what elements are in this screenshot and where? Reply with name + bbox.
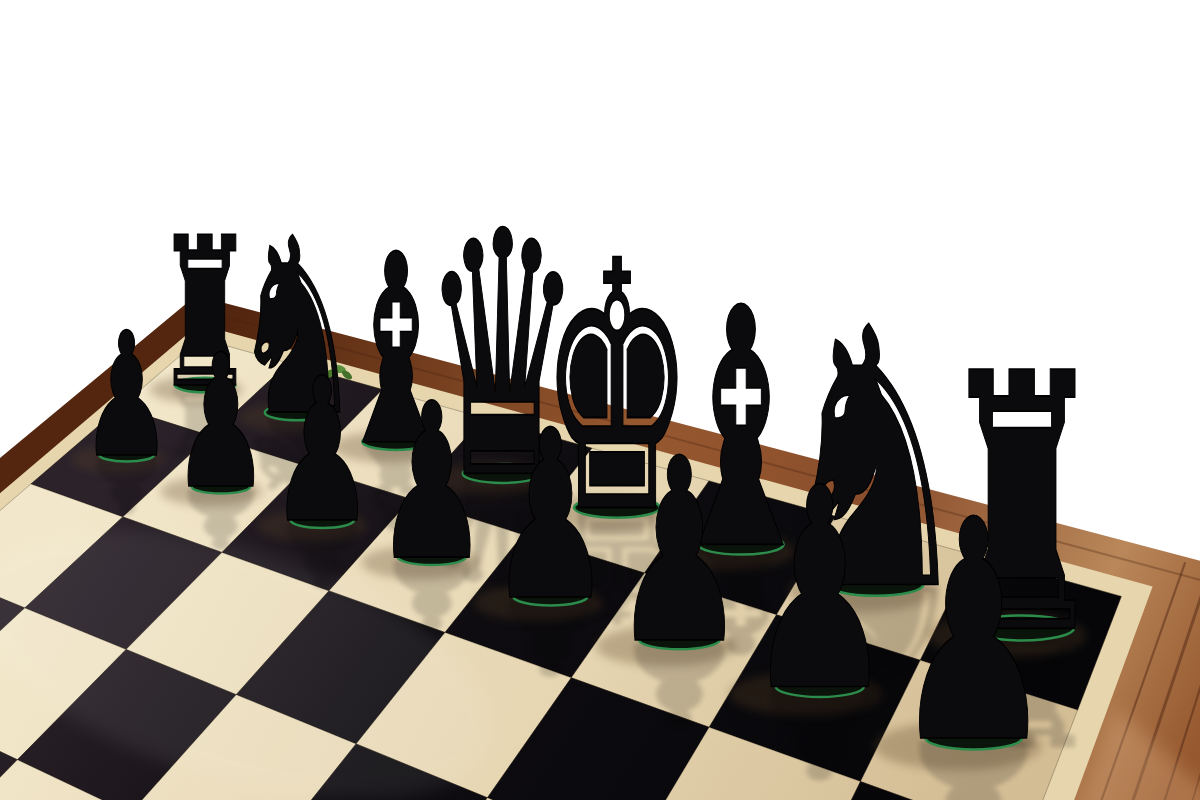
piece-black-pawn-g7[interactable]: ♟♟ [746, 429, 894, 800]
piece-glyph: ♟ [893, 454, 1055, 800]
piece-black-pawn-h7[interactable]: ♟♟ [893, 454, 1055, 800]
piece-glyph: ♟ [612, 404, 747, 700]
photo-stage: ♜♜♞♞♝♝♟♟♛♛♟♟♚♚♟♟♝♝♟♟♞♞♟♟♜♜♟♟♟♟♟♟ [0, 0, 1200, 800]
piece-glyph: ♟ [746, 429, 894, 752]
chessboard-photo: ♜♜♞♞♝♝♟♟♛♛♟♟♚♚♟♟♝♝♟♟♞♞♟♟♜♜♟♟♟♟♟♟ [0, 0, 1200, 800]
piece-black-pawn-f7[interactable]: ♟♟ [612, 404, 747, 750]
piece-glyph: ♟ [374, 357, 489, 608]
piece-black-pawn-d7[interactable]: ♟♟ [374, 357, 489, 649]
piece-black-pawn-e7[interactable]: ♟♟ [488, 380, 612, 697]
piece-glyph: ♟ [269, 335, 375, 567]
piece-glyph: ♟ [488, 380, 612, 651]
piece-black-pawn-c7[interactable]: ♟♟ [269, 335, 375, 607]
piece-black-pawn-b7[interactable]: ♟♟ [172, 315, 270, 567]
piece-glyph: ♟ [81, 296, 172, 495]
piece-black-pawn-a7[interactable]: ♟♟ [81, 296, 172, 530]
piece-glyph: ♟ [172, 315, 270, 530]
